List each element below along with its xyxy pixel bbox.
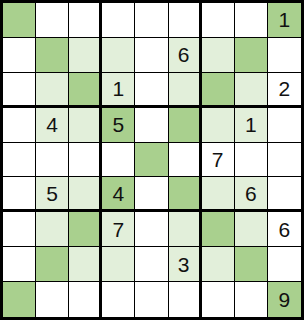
cell-r1c5[interactable]: [135, 3, 168, 38]
cell-r2c2[interactable]: [36, 38, 69, 73]
cell-r4c3[interactable]: [69, 108, 102, 143]
cell-r7c7[interactable]: [202, 212, 235, 247]
cell-r6c7[interactable]: [202, 177, 235, 212]
cell-r6c8[interactable]: 6: [235, 177, 268, 212]
cell-r1c2[interactable]: [36, 3, 69, 38]
cell-r4c2[interactable]: 4: [36, 108, 69, 143]
cell-r2c9[interactable]: [268, 38, 301, 73]
cell-r6c2[interactable]: 5: [36, 177, 69, 212]
cell-r6c6[interactable]: [169, 177, 202, 212]
cell-r4c6[interactable]: [169, 108, 202, 143]
cell-r9c7[interactable]: [202, 282, 235, 317]
cell-r5c1[interactable]: [3, 143, 36, 178]
cell-r5c7[interactable]: 7: [202, 143, 235, 178]
cell-r7c4[interactable]: 7: [102, 212, 135, 247]
cell-r5c2[interactable]: [36, 143, 69, 178]
cell-r3c4[interactable]: 1: [102, 73, 135, 108]
cell-r7c8[interactable]: [235, 212, 268, 247]
cell-r2c1[interactable]: [3, 38, 36, 73]
cell-r2c6[interactable]: 6: [169, 38, 202, 73]
cell-r6c4[interactable]: 4: [102, 177, 135, 212]
cell-r5c5[interactable]: [135, 143, 168, 178]
cell-r9c8[interactable]: [235, 282, 268, 317]
cell-r6c9[interactable]: [268, 177, 301, 212]
cell-r9c2[interactable]: [36, 282, 69, 317]
cell-r2c5[interactable]: [135, 38, 168, 73]
cell-r1c4[interactable]: [102, 3, 135, 38]
cell-r2c3[interactable]: [69, 38, 102, 73]
cell-r3c3[interactable]: [69, 73, 102, 108]
cell-r3c9[interactable]: 2: [268, 73, 301, 108]
cell-r8c4[interactable]: [102, 247, 135, 282]
cell-r3c1[interactable]: [3, 73, 36, 108]
cell-r3c6[interactable]: [169, 73, 202, 108]
cell-r6c3[interactable]: [69, 177, 102, 212]
cell-r5c3[interactable]: [69, 143, 102, 178]
cell-r6c5[interactable]: [135, 177, 168, 212]
cell-r4c4[interactable]: 5: [102, 108, 135, 143]
cell-r5c4[interactable]: [102, 143, 135, 178]
cell-r1c8[interactable]: [235, 3, 268, 38]
sudoku-board: 161245175467639: [0, 0, 304, 320]
cell-r8c3[interactable]: [69, 247, 102, 282]
cell-r8c2[interactable]: [36, 247, 69, 282]
cell-r3c7[interactable]: [202, 73, 235, 108]
cell-r2c8[interactable]: [235, 38, 268, 73]
cell-r5c6[interactable]: [169, 143, 202, 178]
cell-r4c1[interactable]: [3, 108, 36, 143]
cell-r5c8[interactable]: [235, 143, 268, 178]
cell-r1c9[interactable]: 1: [268, 3, 301, 38]
cell-r8c8[interactable]: [235, 247, 268, 282]
cell-r9c1[interactable]: [3, 282, 36, 317]
cell-r8c1[interactable]: [3, 247, 36, 282]
cell-r9c9[interactable]: 9: [268, 282, 301, 317]
cell-r7c6[interactable]: [169, 212, 202, 247]
cell-r1c6[interactable]: [169, 3, 202, 38]
cell-r3c5[interactable]: [135, 73, 168, 108]
cell-r5c9[interactable]: [268, 143, 301, 178]
cell-r2c7[interactable]: [202, 38, 235, 73]
cell-r7c5[interactable]: [135, 212, 168, 247]
cell-r3c8[interactable]: [235, 73, 268, 108]
cell-r1c3[interactable]: [69, 3, 102, 38]
cell-r7c3[interactable]: [69, 212, 102, 247]
cell-r4c5[interactable]: [135, 108, 168, 143]
cell-r4c8[interactable]: 1: [235, 108, 268, 143]
cell-r9c6[interactable]: [169, 282, 202, 317]
cell-r9c3[interactable]: [69, 282, 102, 317]
cell-r8c9[interactable]: [268, 247, 301, 282]
cell-r8c6[interactable]: 3: [169, 247, 202, 282]
cell-r6c1[interactable]: [3, 177, 36, 212]
cell-r2c4[interactable]: [102, 38, 135, 73]
cell-r9c5[interactable]: [135, 282, 168, 317]
cell-r7c9[interactable]: 6: [268, 212, 301, 247]
cell-r8c5[interactable]: [135, 247, 168, 282]
cell-r7c2[interactable]: [36, 212, 69, 247]
cell-r4c9[interactable]: [268, 108, 301, 143]
cell-r1c1[interactable]: [3, 3, 36, 38]
cell-r3c2[interactable]: [36, 73, 69, 108]
cell-r8c7[interactable]: [202, 247, 235, 282]
cell-r4c7[interactable]: [202, 108, 235, 143]
cell-r9c4[interactable]: [102, 282, 135, 317]
cell-r1c7[interactable]: [202, 3, 235, 38]
cell-r7c1[interactable]: [3, 212, 36, 247]
